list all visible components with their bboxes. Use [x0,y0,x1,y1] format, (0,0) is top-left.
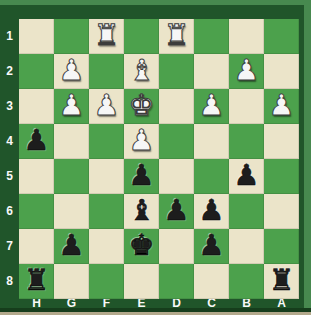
black-pawn-piece[interactable]: ♟ [164,193,190,228]
square-g1[interactable] [54,19,89,54]
square-c1[interactable] [194,19,229,54]
square-f6[interactable] [89,194,124,229]
square-d2[interactable] [159,54,194,89]
square-b2[interactable]: ♟ [229,54,264,89]
square-f5[interactable] [89,159,124,194]
square-f1[interactable]: ♜ [89,19,124,54]
square-b7[interactable] [229,229,264,264]
square-e1[interactable] [124,19,159,54]
rank-label-5: 5 [0,159,19,194]
square-c4[interactable] [194,124,229,159]
black-pawn-piece[interactable]: ♟ [24,123,50,158]
black-pawn-piece[interactable]: ♟ [199,193,225,228]
black-rook-piece[interactable]: ♜ [24,263,50,298]
square-h2[interactable] [19,54,54,89]
square-g2[interactable]: ♟ [54,54,89,89]
square-a3[interactable]: ♟ [264,89,299,124]
frame-top-highlight [0,0,311,5]
square-e3[interactable]: ♚ [124,89,159,124]
rank-label-1: 1 [0,19,19,54]
square-c6[interactable]: ♟ [194,194,229,229]
chess-board-screenshot: 12345678 HGFEDCBA ♜♜♟♝♟♟♟♚♟♟♟♟♟♟♝♟♟♟♚♟♜♜ [0,0,311,315]
square-g7[interactable]: ♟ [54,229,89,264]
square-c8[interactable] [194,264,229,299]
square-a5[interactable] [264,159,299,194]
white-pawn-piece[interactable]: ♟ [129,123,155,158]
square-e8[interactable] [124,264,159,299]
square-f3[interactable]: ♟ [89,89,124,124]
frame-right-highlight [304,0,311,308]
square-g4[interactable] [54,124,89,159]
square-g5[interactable] [54,159,89,194]
black-bishop-piece[interactable]: ♝ [129,193,155,228]
square-f8[interactable] [89,264,124,299]
white-pawn-piece[interactable]: ♟ [269,88,295,123]
square-f4[interactable] [89,124,124,159]
square-h5[interactable] [19,159,54,194]
rank-label-6: 6 [0,194,19,229]
square-c2[interactable] [194,54,229,89]
square-d8[interactable] [159,264,194,299]
square-h8[interactable]: ♜ [19,264,54,299]
square-d6[interactable]: ♟ [159,194,194,229]
square-b5[interactable]: ♟ [229,159,264,194]
square-a2[interactable] [264,54,299,89]
chess-board: ♜♜♟♝♟♟♟♚♟♟♟♟♟♟♝♟♟♟♚♟♜♜ [19,19,299,299]
square-e6[interactable]: ♝ [124,194,159,229]
square-e7[interactable]: ♚ [124,229,159,264]
square-h7[interactable] [19,229,54,264]
white-pawn-piece[interactable]: ♟ [59,53,85,88]
square-c7[interactable]: ♟ [194,229,229,264]
square-d5[interactable] [159,159,194,194]
rank-label-7: 7 [0,229,19,264]
square-b8[interactable] [229,264,264,299]
rank-label-4: 4 [0,124,19,159]
square-g8[interactable] [54,264,89,299]
square-f7[interactable] [89,229,124,264]
rank-labels: 12345678 [0,19,19,299]
square-a4[interactable] [264,124,299,159]
rank-label-3: 3 [0,89,19,124]
square-f2[interactable] [89,54,124,89]
square-a6[interactable] [264,194,299,229]
rank-label-8: 8 [0,264,19,299]
square-h6[interactable] [19,194,54,229]
square-b4[interactable] [229,124,264,159]
black-pawn-piece[interactable]: ♟ [129,158,155,193]
square-a7[interactable] [264,229,299,264]
square-h1[interactable] [19,19,54,54]
square-d7[interactable] [159,229,194,264]
black-pawn-piece[interactable]: ♟ [234,158,260,193]
black-rook-piece[interactable]: ♜ [269,263,295,298]
square-e4[interactable]: ♟ [124,124,159,159]
square-d4[interactable] [159,124,194,159]
square-c3[interactable]: ♟ [194,89,229,124]
square-b6[interactable] [229,194,264,229]
white-pawn-piece[interactable]: ♟ [199,88,225,123]
white-rook-piece[interactable]: ♜ [94,18,120,53]
square-a1[interactable] [264,19,299,54]
white-pawn-piece[interactable]: ♟ [59,88,85,123]
square-g3[interactable]: ♟ [54,89,89,124]
white-pawn-piece[interactable]: ♟ [234,53,260,88]
square-h4[interactable]: ♟ [19,124,54,159]
square-d1[interactable]: ♜ [159,19,194,54]
rank-label-2: 2 [0,54,19,89]
white-rook-piece[interactable]: ♜ [164,18,190,53]
white-bishop-piece[interactable]: ♝ [129,53,155,88]
white-pawn-piece[interactable]: ♟ [94,88,120,123]
white-king-piece[interactable]: ♚ [129,88,155,123]
square-h3[interactable] [19,89,54,124]
square-b1[interactable] [229,19,264,54]
square-g6[interactable] [54,194,89,229]
square-e5[interactable]: ♟ [124,159,159,194]
square-c5[interactable] [194,159,229,194]
black-pawn-piece[interactable]: ♟ [199,228,225,263]
square-a8[interactable]: ♜ [264,264,299,299]
black-pawn-piece[interactable]: ♟ [59,228,85,263]
square-e2[interactable]: ♝ [124,54,159,89]
square-b3[interactable] [229,89,264,124]
black-king-piece[interactable]: ♚ [129,228,155,263]
square-d3[interactable] [159,89,194,124]
